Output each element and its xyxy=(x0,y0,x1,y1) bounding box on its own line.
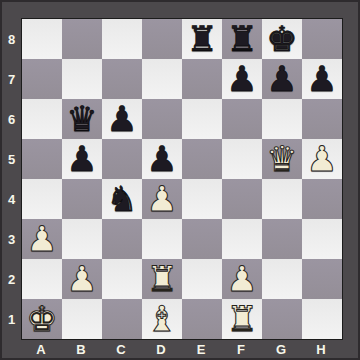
square-c3[interactable] xyxy=(102,219,142,259)
piece-black-queen: ♛ xyxy=(66,102,97,137)
file-label-d: D xyxy=(141,340,181,358)
file-label-c: C xyxy=(101,340,141,358)
square-h8[interactable] xyxy=(302,19,342,59)
square-e2[interactable] xyxy=(182,259,222,299)
square-g4[interactable] xyxy=(262,179,302,219)
piece-black-knight: ♞ xyxy=(106,182,137,217)
square-h6[interactable] xyxy=(302,99,342,139)
rank-labels: 87654321 xyxy=(2,19,21,339)
piece-black-pawn: ♟ xyxy=(266,62,297,97)
chess-board-frame: 87654321 ♜♜♚♟♟♟♛♟♟♟♛♟♞♟♟♟♜♟♚♝♜ ABCDEFGH xyxy=(0,0,360,360)
square-f8[interactable]: ♜ xyxy=(222,19,262,59)
piece-white-rook: ♜ xyxy=(226,302,257,337)
piece-black-pawn: ♟ xyxy=(66,142,97,177)
square-h4[interactable] xyxy=(302,179,342,219)
square-e4[interactable] xyxy=(182,179,222,219)
square-b3[interactable] xyxy=(62,219,102,259)
rank-label-2: 2 xyxy=(2,259,21,299)
square-c8[interactable] xyxy=(102,19,142,59)
piece-white-pawn: ♟ xyxy=(26,222,57,257)
square-c4[interactable]: ♞ xyxy=(102,179,142,219)
square-a8[interactable] xyxy=(22,19,62,59)
square-d2[interactable]: ♜ xyxy=(142,259,182,299)
square-a2[interactable] xyxy=(22,259,62,299)
file-label-a: A xyxy=(21,340,61,358)
file-label-e: E xyxy=(181,340,221,358)
square-f4[interactable] xyxy=(222,179,262,219)
piece-white-pawn: ♟ xyxy=(146,182,177,217)
square-c7[interactable] xyxy=(102,59,142,99)
square-f7[interactable]: ♟ xyxy=(222,59,262,99)
square-d8[interactable] xyxy=(142,19,182,59)
square-f1[interactable]: ♜ xyxy=(222,299,262,339)
piece-white-queen: ♛ xyxy=(266,142,297,177)
rank-label-5: 5 xyxy=(2,139,21,179)
piece-white-pawn: ♟ xyxy=(66,262,97,297)
piece-white-bishop: ♝ xyxy=(146,302,177,337)
square-f2[interactable]: ♟ xyxy=(222,259,262,299)
square-c5[interactable] xyxy=(102,139,142,179)
square-f5[interactable] xyxy=(222,139,262,179)
square-e1[interactable] xyxy=(182,299,222,339)
piece-white-rook: ♜ xyxy=(146,262,177,297)
square-c6[interactable]: ♟ xyxy=(102,99,142,139)
square-e6[interactable] xyxy=(182,99,222,139)
square-b7[interactable] xyxy=(62,59,102,99)
square-g3[interactable] xyxy=(262,219,302,259)
file-label-h: H xyxy=(301,340,341,358)
square-g7[interactable]: ♟ xyxy=(262,59,302,99)
square-g1[interactable] xyxy=(262,299,302,339)
square-d3[interactable] xyxy=(142,219,182,259)
piece-black-pawn: ♟ xyxy=(306,62,337,97)
piece-black-rook: ♜ xyxy=(226,22,257,57)
rank-label-8: 8 xyxy=(2,19,21,59)
piece-white-pawn: ♟ xyxy=(226,262,257,297)
square-f6[interactable] xyxy=(222,99,262,139)
square-b1[interactable] xyxy=(62,299,102,339)
chess-board: ♜♜♚♟♟♟♛♟♟♟♛♟♞♟♟♟♜♟♚♝♜ xyxy=(21,18,343,340)
square-a3[interactable]: ♟ xyxy=(22,219,62,259)
piece-white-pawn: ♟ xyxy=(306,142,337,177)
square-c1[interactable] xyxy=(102,299,142,339)
square-b6[interactable]: ♛ xyxy=(62,99,102,139)
square-a4[interactable] xyxy=(22,179,62,219)
piece-white-king: ♚ xyxy=(26,302,57,337)
square-h7[interactable]: ♟ xyxy=(302,59,342,99)
file-label-f: F xyxy=(221,340,261,358)
square-h1[interactable] xyxy=(302,299,342,339)
square-g2[interactable] xyxy=(262,259,302,299)
square-e8[interactable]: ♜ xyxy=(182,19,222,59)
piece-black-pawn: ♟ xyxy=(226,62,257,97)
square-a7[interactable] xyxy=(22,59,62,99)
square-g6[interactable] xyxy=(262,99,302,139)
square-a5[interactable] xyxy=(22,139,62,179)
rank-label-7: 7 xyxy=(2,59,21,99)
square-d1[interactable]: ♝ xyxy=(142,299,182,339)
square-d5[interactable]: ♟ xyxy=(142,139,182,179)
square-h3[interactable] xyxy=(302,219,342,259)
square-f3[interactable] xyxy=(222,219,262,259)
square-e3[interactable] xyxy=(182,219,222,259)
piece-black-king: ♚ xyxy=(266,22,297,57)
rank-label-1: 1 xyxy=(2,299,21,339)
square-d4[interactable]: ♟ xyxy=(142,179,182,219)
piece-black-rook: ♜ xyxy=(186,22,217,57)
square-c2[interactable] xyxy=(102,259,142,299)
square-a1[interactable]: ♚ xyxy=(22,299,62,339)
square-d7[interactable] xyxy=(142,59,182,99)
file-labels: ABCDEFGH xyxy=(21,340,343,358)
piece-black-pawn: ♟ xyxy=(106,102,137,137)
rank-label-4: 4 xyxy=(2,179,21,219)
square-b4[interactable] xyxy=(62,179,102,219)
square-h5[interactable]: ♟ xyxy=(302,139,342,179)
square-a6[interactable] xyxy=(22,99,62,139)
square-d6[interactable] xyxy=(142,99,182,139)
square-g8[interactable]: ♚ xyxy=(262,19,302,59)
square-e5[interactable] xyxy=(182,139,222,179)
square-g5[interactable]: ♛ xyxy=(262,139,302,179)
rank-label-6: 6 xyxy=(2,99,21,139)
square-b8[interactable] xyxy=(62,19,102,59)
square-e7[interactable] xyxy=(182,59,222,99)
piece-black-pawn: ♟ xyxy=(146,142,177,177)
square-h2[interactable] xyxy=(302,259,342,299)
square-b5[interactable]: ♟ xyxy=(62,139,102,179)
file-label-g: G xyxy=(261,340,301,358)
file-label-b: B xyxy=(61,340,101,358)
rank-label-3: 3 xyxy=(2,219,21,259)
square-b2[interactable]: ♟ xyxy=(62,259,102,299)
